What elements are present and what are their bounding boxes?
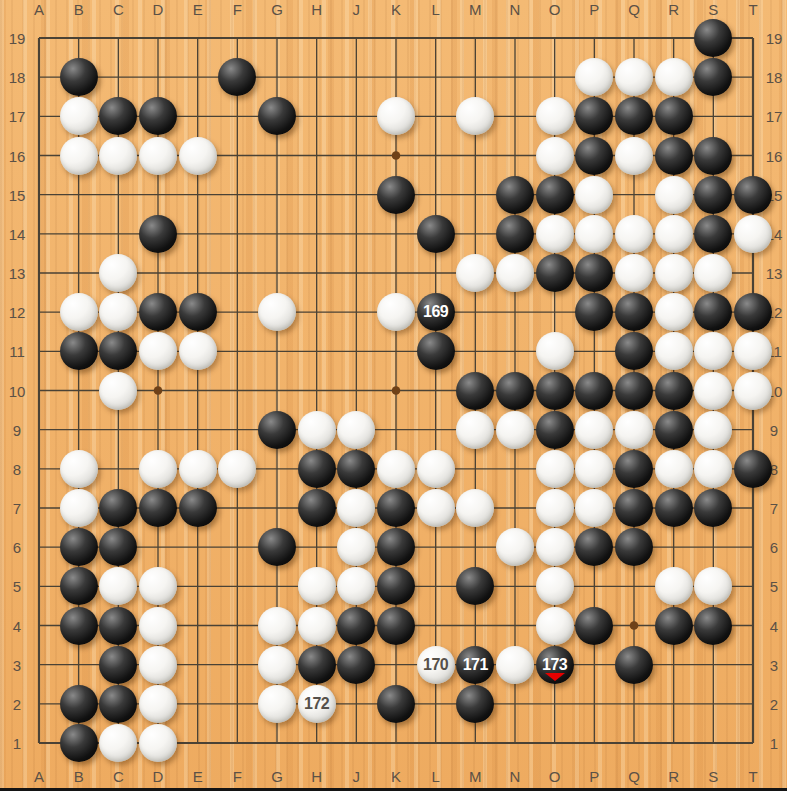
black-stone[interactable] (60, 607, 98, 645)
black-stone[interactable] (575, 137, 613, 175)
black-stone[interactable] (139, 97, 177, 135)
coordinate-column-top: P (589, 1, 599, 18)
white-stone[interactable] (99, 567, 137, 605)
coordinate-row-left: 16 (9, 147, 26, 164)
white-stone[interactable] (575, 215, 613, 253)
coordinate-column-top: H (311, 1, 322, 18)
white-stone[interactable] (456, 489, 494, 527)
black-stone[interactable] (734, 450, 772, 488)
coordinate-column-top: E (193, 1, 203, 18)
white-stone[interactable] (179, 450, 217, 488)
black-stone[interactable] (655, 97, 693, 135)
coordinate-row-left: 7 (13, 500, 21, 517)
black-stone[interactable]: 169 (417, 293, 455, 331)
go-board-app: AABBCCDDEEFFGGHHJJKKLLMMNNOOPPQQRRSSTT19… (0, 0, 787, 791)
white-stone[interactable] (536, 450, 574, 488)
coordinate-column-top: L (431, 1, 439, 18)
black-stone[interactable] (377, 567, 415, 605)
black-stone[interactable] (337, 646, 375, 684)
black-stone[interactable] (377, 607, 415, 645)
coordinate-column-top: A (34, 1, 44, 18)
black-stone[interactable] (694, 137, 732, 175)
white-stone[interactable] (218, 450, 256, 488)
white-stone[interactable] (694, 332, 732, 370)
coordinate-column-bottom: R (668, 768, 679, 785)
white-stone[interactable] (615, 137, 653, 175)
white-stone[interactable] (298, 567, 336, 605)
coordinate-column-bottom: T (748, 768, 757, 785)
black-stone[interactable] (655, 607, 693, 645)
white-stone[interactable] (496, 646, 534, 684)
white-stone[interactable] (417, 489, 455, 527)
black-stone[interactable] (575, 607, 613, 645)
black-stone[interactable] (298, 646, 336, 684)
white-stone[interactable] (694, 372, 732, 410)
white-stone[interactable] (139, 137, 177, 175)
white-stone[interactable] (99, 372, 137, 410)
last-move-marker-icon (545, 673, 565, 681)
white-stone[interactable]: 172 (298, 685, 336, 723)
coordinate-column-top: Q (628, 1, 640, 18)
black-stone[interactable] (575, 97, 613, 135)
coordinate-column-bottom: P (589, 768, 599, 785)
coordinate-column-bottom: N (510, 768, 521, 785)
white-stone[interactable] (417, 450, 455, 488)
black-stone[interactable] (536, 176, 574, 214)
coordinate-column-top: M (469, 1, 482, 18)
coordinate-column-top: F (233, 1, 242, 18)
white-stone[interactable] (60, 97, 98, 135)
black-stone[interactable]: 171 (456, 646, 494, 684)
black-stone[interactable] (60, 58, 98, 96)
white-stone[interactable] (536, 567, 574, 605)
black-stone[interactable] (575, 254, 613, 292)
white-stone[interactable] (536, 97, 574, 135)
coordinate-column-bottom: B (74, 768, 84, 785)
coordinate-row-left: 15 (9, 186, 26, 203)
black-stone[interactable] (694, 215, 732, 253)
black-stone[interactable] (496, 372, 534, 410)
coordinate-row-left: 13 (9, 265, 26, 282)
coordinate-column-bottom: O (549, 768, 561, 785)
black-stone[interactable] (615, 372, 653, 410)
white-stone[interactable] (575, 411, 613, 449)
white-stone[interactable] (496, 411, 534, 449)
white-stone[interactable] (99, 724, 137, 762)
black-stone[interactable] (496, 215, 534, 253)
black-stone[interactable] (377, 528, 415, 566)
white-stone[interactable] (298, 411, 336, 449)
coordinate-column-top: C (113, 1, 124, 18)
black-stone[interactable] (694, 607, 732, 645)
white-stone[interactable] (456, 97, 494, 135)
coordinate-row-left: 12 (9, 304, 26, 321)
black-stone[interactable]: 173 (536, 646, 574, 684)
coordinate-row-left: 1 (13, 735, 21, 752)
coordinate-column-top: G (271, 1, 283, 18)
coordinate-row-left: 6 (13, 539, 21, 556)
white-stone[interactable] (655, 332, 693, 370)
black-stone[interactable] (615, 97, 653, 135)
black-stone[interactable] (694, 176, 732, 214)
white-stone[interactable] (536, 489, 574, 527)
black-stone[interactable] (575, 293, 613, 331)
black-stone[interactable] (615, 646, 653, 684)
black-stone[interactable] (99, 528, 137, 566)
coordinate-column-bottom: K (391, 768, 401, 785)
white-stone[interactable] (536, 332, 574, 370)
move-number-label: 172 (304, 696, 329, 712)
black-stone[interactable] (99, 489, 137, 527)
white-stone[interactable] (655, 293, 693, 331)
black-stone[interactable] (655, 489, 693, 527)
white-stone[interactable] (99, 293, 137, 331)
white-stone[interactable] (139, 646, 177, 684)
white-stone[interactable] (258, 685, 296, 723)
coordinate-row-right: 1 (770, 735, 778, 752)
white-stone[interactable] (575, 489, 613, 527)
coordinate-column-top: N (510, 1, 521, 18)
white-stone[interactable] (655, 450, 693, 488)
white-stone[interactable] (99, 137, 137, 175)
white-stone[interactable] (575, 58, 613, 96)
black-stone[interactable] (655, 137, 693, 175)
black-stone[interactable] (139, 489, 177, 527)
coordinate-row-right: 9 (770, 421, 778, 438)
coordinate-row-right: 13 (766, 265, 783, 282)
white-stone[interactable] (60, 137, 98, 175)
white-stone[interactable] (258, 607, 296, 645)
white-stone[interactable] (655, 254, 693, 292)
coordinate-row-left: 2 (13, 695, 21, 712)
black-stone[interactable] (377, 685, 415, 723)
coordinate-row-left: 18 (9, 69, 26, 86)
white-stone[interactable] (694, 567, 732, 605)
coordinate-column-bottom: H (311, 768, 322, 785)
black-stone[interactable] (694, 58, 732, 96)
coordinate-column-bottom: Q (628, 768, 640, 785)
black-stone[interactable] (99, 607, 137, 645)
black-stone[interactable] (536, 372, 574, 410)
coordinate-column-bottom: L (431, 768, 439, 785)
coordinate-row-right: 4 (770, 617, 778, 634)
coordinate-row-left: 4 (13, 617, 21, 634)
black-stone[interactable] (258, 97, 296, 135)
black-stone[interactable] (536, 254, 574, 292)
white-stone[interactable] (615, 58, 653, 96)
white-stone[interactable] (456, 254, 494, 292)
white-stone[interactable] (377, 450, 415, 488)
white-stone[interactable] (60, 293, 98, 331)
move-number-label: 169 (423, 304, 448, 320)
coordinate-column-bottom: M (469, 768, 482, 785)
white-stone[interactable] (377, 293, 415, 331)
coordinate-row-right: 18 (766, 69, 783, 86)
white-stone[interactable] (60, 450, 98, 488)
move-number-label: 171 (463, 657, 488, 673)
black-stone[interactable] (417, 332, 455, 370)
white-stone[interactable] (139, 332, 177, 370)
white-stone[interactable] (655, 567, 693, 605)
black-stone[interactable] (60, 724, 98, 762)
white-stone[interactable] (694, 411, 732, 449)
white-stone[interactable] (337, 411, 375, 449)
white-stone[interactable] (734, 372, 772, 410)
white-stone[interactable] (575, 176, 613, 214)
black-stone[interactable] (456, 372, 494, 410)
white-stone[interactable] (99, 254, 137, 292)
coordinate-column-top: R (668, 1, 679, 18)
coordinate-row-left: 19 (9, 30, 26, 47)
coordinate-column-top: B (74, 1, 84, 18)
coordinate-column-bottom: J (353, 768, 361, 785)
white-stone[interactable] (139, 724, 177, 762)
black-stone[interactable] (60, 332, 98, 370)
white-stone[interactable] (139, 685, 177, 723)
coordinate-row-left: 10 (9, 382, 26, 399)
black-stone[interactable] (337, 450, 375, 488)
black-stone[interactable] (258, 528, 296, 566)
white-stone[interactable] (337, 489, 375, 527)
coordinate-column-bottom: D (153, 768, 164, 785)
coordinate-column-bottom: G (271, 768, 283, 785)
black-stone[interactable] (258, 411, 296, 449)
black-stone[interactable] (99, 97, 137, 135)
white-stone[interactable] (139, 450, 177, 488)
coordinate-column-top: T (748, 1, 757, 18)
black-stone[interactable] (456, 567, 494, 605)
coordinate-row-right: 19 (766, 30, 783, 47)
coordinate-column-top: K (391, 1, 401, 18)
coordinate-row-right: 7 (770, 500, 778, 517)
coordinate-row-right: 16 (766, 147, 783, 164)
black-stone[interactable] (377, 176, 415, 214)
white-stone[interactable] (377, 97, 415, 135)
black-stone[interactable] (615, 293, 653, 331)
black-stone[interactable] (179, 293, 217, 331)
coordinate-column-bottom: S (708, 768, 718, 785)
coordinate-column-bottom: E (193, 768, 203, 785)
white-stone[interactable] (139, 607, 177, 645)
black-stone[interactable] (694, 489, 732, 527)
coordinate-row-left: 14 (9, 225, 26, 242)
white-stone[interactable] (258, 293, 296, 331)
black-stone[interactable] (298, 450, 336, 488)
coordinate-row-left: 11 (9, 343, 25, 360)
black-stone[interactable] (655, 372, 693, 410)
black-stone[interactable] (417, 215, 455, 253)
white-stone[interactable] (615, 215, 653, 253)
coordinate-column-bottom: A (34, 768, 44, 785)
coordinate-row-right: 2 (770, 695, 778, 712)
coordinate-column-top: D (153, 1, 164, 18)
black-stone[interactable] (655, 411, 693, 449)
white-stone[interactable] (536, 137, 574, 175)
black-stone[interactable] (734, 176, 772, 214)
coordinate-column-top: O (549, 1, 561, 18)
black-stone[interactable] (60, 528, 98, 566)
coordinate-column-top: J (353, 1, 361, 18)
black-stone[interactable] (139, 293, 177, 331)
black-stone[interactable] (536, 411, 574, 449)
white-stone[interactable] (60, 489, 98, 527)
white-stone[interactable] (496, 254, 534, 292)
coordinate-row-left: 5 (13, 578, 21, 595)
black-stone[interactable] (179, 489, 217, 527)
white-stone[interactable] (694, 254, 732, 292)
black-stone[interactable] (694, 19, 732, 57)
black-stone[interactable] (218, 58, 256, 96)
white-stone[interactable] (655, 58, 693, 96)
white-stone[interactable] (694, 450, 732, 488)
white-stone[interactable] (496, 528, 534, 566)
white-stone[interactable] (258, 646, 296, 684)
white-stone[interactable] (179, 137, 217, 175)
coordinate-column-top: S (708, 1, 718, 18)
black-stone[interactable] (298, 489, 336, 527)
white-stone[interactable] (734, 215, 772, 253)
white-stone[interactable] (734, 332, 772, 370)
black-stone[interactable] (99, 332, 137, 370)
white-stone[interactable] (337, 528, 375, 566)
coordinate-column-bottom: F (233, 768, 242, 785)
black-stone[interactable] (615, 528, 653, 566)
white-stone[interactable]: 170 (417, 646, 455, 684)
white-stone[interactable] (655, 215, 693, 253)
white-stone[interactable] (615, 411, 653, 449)
move-number-label: 173 (542, 657, 567, 673)
white-stone[interactable] (536, 528, 574, 566)
white-stone[interactable] (536, 607, 574, 645)
black-stone[interactable] (615, 489, 653, 527)
white-stone[interactable] (615, 254, 653, 292)
white-stone[interactable] (179, 332, 217, 370)
coordinate-row-left: 17 (9, 108, 26, 125)
white-stone[interactable] (655, 176, 693, 214)
black-stone[interactable] (99, 646, 137, 684)
white-stone[interactable] (139, 567, 177, 605)
black-stone[interactable] (734, 293, 772, 331)
black-stone[interactable] (575, 528, 613, 566)
black-stone[interactable] (60, 685, 98, 723)
black-stone[interactable] (694, 293, 732, 331)
coordinate-row-right: 17 (766, 108, 783, 125)
coordinate-row-right: 6 (770, 539, 778, 556)
black-stone[interactable] (615, 450, 653, 488)
black-stone[interactable] (615, 332, 653, 370)
coordinate-row-right: 3 (770, 656, 778, 673)
white-stone[interactable] (298, 607, 336, 645)
coordinate-column-bottom: C (113, 768, 124, 785)
coordinate-row-left: 3 (13, 656, 21, 673)
coordinate-row-right: 5 (770, 578, 778, 595)
black-stone[interactable] (99, 685, 137, 723)
white-stone[interactable] (337, 567, 375, 605)
black-stone[interactable] (575, 372, 613, 410)
white-stone[interactable] (575, 450, 613, 488)
black-stone[interactable] (456, 685, 494, 723)
white-stone[interactable] (456, 411, 494, 449)
black-stone[interactable] (139, 215, 177, 253)
black-stone[interactable] (337, 607, 375, 645)
white-stone[interactable] (536, 215, 574, 253)
black-stone[interactable] (496, 176, 534, 214)
coordinate-row-left: 9 (13, 421, 21, 438)
move-number-label: 170 (423, 657, 448, 673)
black-stone[interactable] (60, 567, 98, 605)
black-stone[interactable] (377, 489, 415, 527)
coordinate-row-left: 8 (13, 460, 21, 477)
